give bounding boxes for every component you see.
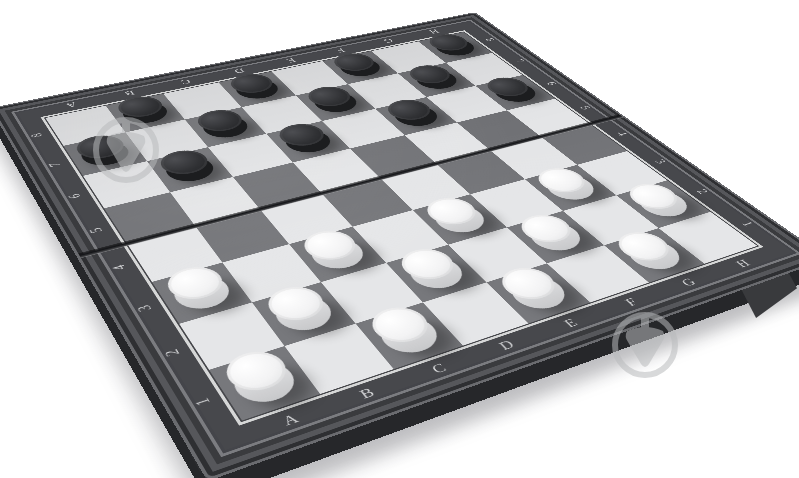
product-photo-background: AABBCCDDEEFFGGHH8877665544332211 — [0, 0, 799, 478]
checkers-board: AABBCCDDEEFFGGHH8877665544332211 — [0, 12, 799, 478]
board-field — [45, 32, 757, 420]
